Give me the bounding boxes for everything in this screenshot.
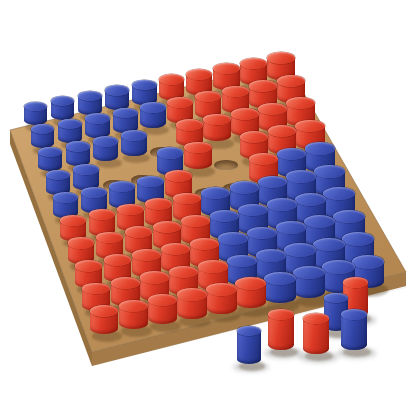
blue-peg-top (314, 165, 345, 178)
loose-peg-blue-6[interactable] (341, 309, 367, 356)
blue-peg-top (93, 136, 118, 147)
blue-peg-top (157, 147, 184, 158)
peg-red-r9-c0[interactable] (90, 305, 118, 340)
blue-peg-top (333, 210, 365, 223)
blue-peg-top (230, 181, 259, 193)
red-peg-top (125, 226, 153, 238)
peg-blue-r2-c2[interactable] (93, 136, 118, 167)
red-peg-top (117, 204, 144, 215)
blue-peg-top (201, 187, 230, 199)
blue-peg-top (85, 113, 110, 123)
blue-peg-top (218, 232, 248, 244)
blue-peg-top (53, 192, 78, 203)
blue-peg-top (140, 102, 166, 113)
red-peg-top (177, 288, 207, 301)
peg-blue-r2-c3[interactable] (121, 130, 147, 161)
red-peg-top (140, 271, 169, 283)
red-peg-top (153, 221, 181, 233)
red-peg-top (222, 86, 249, 97)
blue-peg-top (46, 170, 71, 180)
peg-blue-r9-c6[interactable] (264, 272, 295, 310)
red-peg-top (111, 277, 139, 289)
blue-peg-top (277, 148, 306, 160)
blue-peg-top (66, 141, 91, 151)
red-peg-top (295, 120, 324, 132)
red-peg-top (176, 119, 203, 130)
red-peg-top (267, 52, 295, 64)
blue-peg-top (132, 80, 157, 91)
loose-peg-blue-1[interactable] (237, 326, 261, 369)
blue-peg-top (137, 176, 164, 187)
loose-peg-red-3[interactable] (303, 313, 329, 360)
loose-peg-red-2[interactable] (268, 309, 294, 356)
blue-peg-top (247, 227, 277, 240)
red-peg-top (206, 283, 236, 296)
blue-peg-top (276, 221, 307, 234)
blue-peg-top (341, 309, 367, 320)
red-peg-top (303, 313, 329, 324)
blue-peg-top (81, 187, 107, 198)
peg-red-r9-c3[interactable] (177, 288, 207, 324)
peg-red-r9-c2[interactable] (148, 294, 177, 330)
blue-peg-top (295, 193, 326, 206)
blue-peg-top (24, 102, 47, 112)
red-peg-top (258, 103, 286, 115)
red-peg-top (145, 198, 173, 210)
scene (0, 0, 420, 420)
red-peg-top (190, 238, 219, 250)
blue-peg-top (210, 210, 239, 222)
red-peg-top (343, 277, 368, 288)
blue-peg-top (121, 130, 147, 141)
red-peg-top (231, 108, 259, 120)
blue-peg-top (322, 260, 354, 274)
blue-peg-top (237, 326, 261, 336)
blue-peg-top (58, 119, 82, 129)
red-peg-top (68, 237, 95, 248)
red-peg-top (165, 170, 192, 182)
blue-peg-top (284, 243, 315, 256)
red-peg-top (167, 97, 193, 108)
red-peg-top (159, 74, 185, 85)
blue-peg-top (352, 255, 385, 269)
red-peg-top (240, 58, 267, 69)
red-peg-top (119, 300, 148, 312)
red-peg-top (268, 309, 294, 320)
peg-red-r9-c1[interactable] (119, 300, 148, 335)
red-peg-top (60, 215, 86, 226)
red-peg-top (277, 75, 305, 87)
blue-peg-top (78, 91, 102, 101)
blue-peg-top (305, 142, 335, 155)
blue-peg-top (73, 164, 98, 175)
blue-peg-top (323, 187, 354, 200)
blue-peg-top (286, 170, 316, 183)
blue-peg-top (324, 293, 348, 303)
peg-blue-r9-c7[interactable] (293, 266, 325, 305)
hole-r3-c6[interactable] (214, 160, 238, 171)
blue-peg-top (264, 272, 295, 285)
blue-peg-top (267, 198, 297, 211)
red-peg-top (203, 114, 230, 125)
red-peg-top (132, 249, 160, 261)
blue-peg-top (256, 249, 287, 262)
peg-red-r9-c5[interactable] (235, 277, 266, 315)
red-peg-top (75, 260, 102, 271)
blue-peg-top (342, 232, 374, 246)
red-peg-top (198, 260, 228, 273)
red-peg-top (240, 131, 268, 143)
red-peg-top (186, 69, 212, 80)
blue-peg-top (105, 85, 130, 95)
red-peg-top (249, 80, 277, 92)
peg-red-r9-c4[interactable] (206, 283, 236, 320)
peg-blue-r1-c4[interactable] (140, 102, 166, 133)
